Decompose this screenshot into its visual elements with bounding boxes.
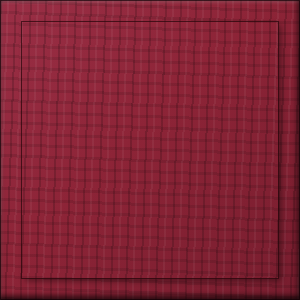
chess-diagram	[0, 0, 300, 300]
chess-board	[22, 22, 278, 278]
